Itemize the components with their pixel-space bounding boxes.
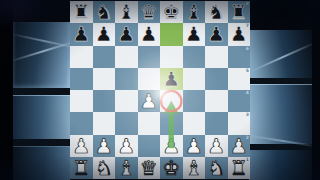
square-g5[interactable] bbox=[205, 68, 228, 90]
piece-black-king[interactable]: ♚ bbox=[162, 2, 180, 22]
square-e5[interactable]: ♟ bbox=[160, 68, 183, 90]
piece-black-knight[interactable]: ♞ bbox=[207, 2, 225, 22]
square-c5[interactable] bbox=[115, 68, 138, 90]
bg-panel-gap bbox=[13, 88, 70, 95]
piece-black-pawn[interactable]: ♟ bbox=[72, 24, 90, 44]
square-b1[interactable]: ♞ bbox=[93, 157, 116, 179]
piece-black-bishop[interactable]: ♝ bbox=[117, 2, 135, 22]
square-h8[interactable]: ♜8 bbox=[228, 1, 251, 23]
square-g1[interactable]: ♞ bbox=[205, 157, 228, 179]
corner-tint bbox=[0, 0, 46, 26]
piece-black-pawn[interactable]: ♟ bbox=[95, 24, 113, 44]
rank-coordinate: 5 bbox=[246, 68, 249, 73]
square-d3[interactable] bbox=[138, 112, 161, 134]
square-d6[interactable] bbox=[138, 46, 161, 68]
chess-board[interactable]: ♜♞♝♛♚♝♞♜8♟♟♟♟♟♟♟76♟5♟43♟♟♟♟♟♟♟2♜♞♝♛♚♝♞♜1 bbox=[70, 1, 250, 179]
square-f2[interactable]: ♟ bbox=[183, 135, 206, 157]
square-e6[interactable] bbox=[160, 46, 183, 68]
piece-white-pawn[interactable]: ♟ bbox=[185, 136, 203, 156]
square-a1[interactable]: ♜ bbox=[70, 157, 93, 179]
background-right-panels bbox=[249, 0, 312, 180]
piece-black-knight[interactable]: ♞ bbox=[95, 2, 113, 22]
square-g6[interactable] bbox=[205, 46, 228, 68]
square-e8[interactable]: ♚ bbox=[160, 1, 183, 23]
piece-white-knight[interactable]: ♞ bbox=[95, 158, 113, 178]
square-c4[interactable] bbox=[115, 90, 138, 112]
piece-white-bishop[interactable]: ♝ bbox=[117, 158, 135, 178]
square-f1[interactable]: ♝ bbox=[183, 157, 206, 179]
square-f7[interactable]: ♟ bbox=[183, 23, 206, 45]
bg-panel-gap bbox=[13, 139, 70, 146]
piece-white-pawn[interactable]: ♟ bbox=[72, 136, 90, 156]
square-g8[interactable]: ♞ bbox=[205, 1, 228, 23]
square-h3[interactable]: 3 bbox=[228, 112, 251, 134]
square-f4[interactable] bbox=[183, 90, 206, 112]
square-g7[interactable]: ♟ bbox=[205, 23, 228, 45]
bg-panel bbox=[13, 95, 70, 140]
piece-white-pawn[interactable]: ♟ bbox=[95, 136, 113, 156]
square-g2[interactable]: ♟ bbox=[205, 135, 228, 157]
bg-panel bbox=[249, 30, 312, 79]
background-left-panels bbox=[13, 0, 70, 180]
square-h5[interactable]: 5 bbox=[228, 68, 251, 90]
piece-white-bishop[interactable]: ♝ bbox=[185, 158, 203, 178]
square-c8[interactable]: ♝ bbox=[115, 1, 138, 23]
square-c2[interactable]: ♟ bbox=[115, 135, 138, 157]
rank-coordinate: 8 bbox=[246, 1, 249, 6]
background-left-bar bbox=[0, 0, 13, 180]
square-a6[interactable] bbox=[70, 46, 93, 68]
rank-coordinate: 4 bbox=[246, 90, 249, 95]
square-h1[interactable]: ♜1 bbox=[228, 157, 251, 179]
piece-black-pawn[interactable]: ♟ bbox=[117, 24, 135, 44]
square-a4[interactable] bbox=[70, 90, 93, 112]
square-a8[interactable]: ♜ bbox=[70, 1, 93, 23]
square-a2[interactable]: ♟ bbox=[70, 135, 93, 157]
square-d5[interactable] bbox=[138, 68, 161, 90]
square-d2[interactable] bbox=[138, 135, 161, 157]
square-c7[interactable]: ♟ bbox=[115, 23, 138, 45]
background-right-bar bbox=[312, 0, 320, 180]
rank-coordinate: 6 bbox=[246, 46, 249, 51]
square-g3[interactable] bbox=[205, 112, 228, 134]
square-e3[interactable] bbox=[160, 112, 183, 134]
piece-black-rook[interactable]: ♜ bbox=[72, 2, 90, 22]
square-e1[interactable]: ♚ bbox=[160, 157, 183, 179]
square-f6[interactable] bbox=[183, 46, 206, 68]
square-h6[interactable]: 6 bbox=[228, 46, 251, 68]
square-b6[interactable] bbox=[93, 46, 116, 68]
square-h4[interactable]: 4 bbox=[228, 90, 251, 112]
piece-black-pawn[interactable]: ♟ bbox=[140, 24, 158, 44]
square-a3[interactable] bbox=[70, 112, 93, 134]
square-a7[interactable]: ♟ bbox=[70, 23, 93, 45]
square-b7[interactable]: ♟ bbox=[93, 23, 116, 45]
square-b3[interactable] bbox=[93, 112, 116, 134]
rank-coordinate: 1 bbox=[246, 157, 249, 162]
square-h2[interactable]: ♟2 bbox=[228, 135, 251, 157]
square-c3[interactable] bbox=[115, 112, 138, 134]
square-d4[interactable]: ♟ bbox=[138, 90, 161, 112]
piece-black-queen[interactable]: ♛ bbox=[140, 2, 158, 22]
piece-black-pawn[interactable]: ♟ bbox=[162, 69, 180, 89]
piece-white-pawn[interactable]: ♟ bbox=[162, 136, 180, 156]
square-e4[interactable] bbox=[160, 90, 183, 112]
piece-white-queen[interactable]: ♛ bbox=[140, 158, 158, 178]
bg-panel bbox=[13, 22, 70, 88]
rank-coordinate: 3 bbox=[246, 112, 249, 117]
smoke-wisp bbox=[242, 0, 312, 26]
square-f3[interactable] bbox=[183, 112, 206, 134]
square-d7[interactable]: ♟ bbox=[138, 23, 161, 45]
piece-white-pawn[interactable]: ♟ bbox=[207, 136, 225, 156]
square-d8[interactable]: ♛ bbox=[138, 1, 161, 23]
piece-black-pawn[interactable]: ♟ bbox=[207, 24, 225, 44]
rank-coordinate: 7 bbox=[246, 23, 249, 28]
piece-white-pawn[interactable]: ♟ bbox=[117, 136, 135, 156]
square-e2[interactable]: ♟ bbox=[160, 135, 183, 157]
bg-panel bbox=[13, 146, 70, 180]
square-b8[interactable]: ♞ bbox=[93, 1, 116, 23]
square-f5[interactable] bbox=[183, 68, 206, 90]
piece-white-knight[interactable]: ♞ bbox=[207, 158, 225, 178]
square-g4[interactable] bbox=[205, 90, 228, 112]
bg-panel bbox=[249, 150, 312, 180]
square-d1[interactable]: ♛ bbox=[138, 157, 161, 179]
square-e7[interactable] bbox=[160, 23, 183, 45]
square-a5[interactable] bbox=[70, 68, 93, 90]
square-b2[interactable]: ♟ bbox=[93, 135, 116, 157]
square-b4[interactable] bbox=[93, 90, 116, 112]
square-b5[interactable] bbox=[93, 68, 116, 90]
square-h7[interactable]: ♟7 bbox=[228, 23, 251, 45]
chess-app-stage: ♜♞♝♛♚♝♞♜8♟♟♟♟♟♟♟76♟5♟43♟♟♟♟♟♟♟2♜♞♝♛♚♝♞♜1 bbox=[0, 0, 320, 180]
piece-white-pawn[interactable]: ♟ bbox=[140, 91, 158, 111]
piece-white-rook[interactable]: ♜ bbox=[72, 158, 90, 178]
rank-coordinate: 2 bbox=[246, 135, 249, 140]
square-c1[interactable]: ♝ bbox=[115, 157, 138, 179]
piece-white-king[interactable]: ♚ bbox=[162, 158, 180, 178]
square-c6[interactable] bbox=[115, 46, 138, 68]
piece-black-pawn[interactable]: ♟ bbox=[185, 24, 203, 44]
square-f8[interactable]: ♝ bbox=[183, 1, 206, 23]
piece-black-bishop[interactable]: ♝ bbox=[185, 2, 203, 22]
